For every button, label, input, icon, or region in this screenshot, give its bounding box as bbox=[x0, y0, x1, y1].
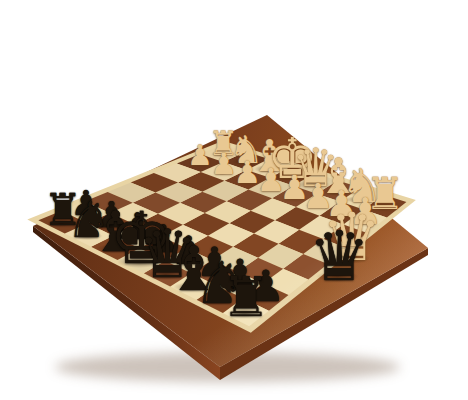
border-gloss bbox=[33, 115, 428, 367]
chess-set-photo: ♜♞♝♛♚♝♞♜♟♟♟♟♟♟♟♟♟♟♟♟♟♟♟♟♜♞♝♛♚♝♞♜♛♛ bbox=[0, 0, 468, 400]
chess-board bbox=[0, 0, 468, 400]
